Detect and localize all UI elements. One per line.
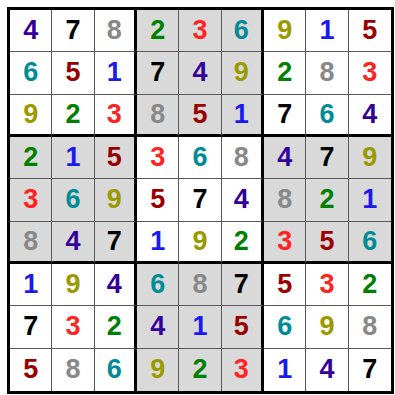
cell-r8c4[interactable]: 4 xyxy=(137,306,179,348)
cell-r3c8[interactable]: 6 xyxy=(306,95,348,137)
cell-r8c2[interactable]: 3 xyxy=(52,306,94,348)
cell-r2c3[interactable]: 1 xyxy=(95,52,137,94)
cell-r7c5[interactable]: 8 xyxy=(179,264,221,306)
cell-r7c3[interactable]: 4 xyxy=(95,264,137,306)
cell-r1c5[interactable]: 3 xyxy=(179,10,221,52)
cell-r5c1[interactable]: 3 xyxy=(10,179,52,221)
cell-r1c8[interactable]: 1 xyxy=(306,10,348,52)
cell-r2c6[interactable]: 9 xyxy=(222,52,264,94)
cell-r3c1[interactable]: 9 xyxy=(10,95,52,137)
cell-r1c9[interactable]: 5 xyxy=(349,10,391,52)
cell-r2c1[interactable]: 6 xyxy=(10,52,52,94)
cell-r4c2[interactable]: 1 xyxy=(52,137,94,179)
cell-r5c8[interactable]: 2 xyxy=(306,179,348,221)
cell-r3c7[interactable]: 7 xyxy=(264,95,306,137)
cell-r6c4[interactable]: 1 xyxy=(137,222,179,264)
cell-r1c4[interactable]: 2 xyxy=(137,10,179,52)
cell-r2c4[interactable]: 7 xyxy=(137,52,179,94)
cell-r2c2[interactable]: 5 xyxy=(52,52,94,94)
cell-r8c3[interactable]: 2 xyxy=(95,306,137,348)
cell-r6c5[interactable]: 9 xyxy=(179,222,221,264)
cell-r4c9[interactable]: 9 xyxy=(349,137,391,179)
cell-r6c7[interactable]: 3 xyxy=(264,222,306,264)
cell-r1c6[interactable]: 6 xyxy=(222,10,264,52)
cell-r1c3[interactable]: 8 xyxy=(95,10,137,52)
cell-r4c4[interactable]: 3 xyxy=(137,137,179,179)
cell-r1c1[interactable]: 4 xyxy=(10,10,52,52)
cell-r5c7[interactable]: 8 xyxy=(264,179,306,221)
cell-r9c8[interactable]: 4 xyxy=(306,349,348,391)
cell-r4c7[interactable]: 4 xyxy=(264,137,306,179)
cell-r9c5[interactable]: 2 xyxy=(179,349,221,391)
cell-r7c7[interactable]: 5 xyxy=(264,264,306,306)
cell-r9c1[interactable]: 5 xyxy=(10,349,52,391)
cell-r8c6[interactable]: 5 xyxy=(222,306,264,348)
cell-r6c2[interactable]: 4 xyxy=(52,222,94,264)
cell-r7c6[interactable]: 7 xyxy=(222,264,264,306)
cell-r5c4[interactable]: 5 xyxy=(137,179,179,221)
cell-r6c6[interactable]: 2 xyxy=(222,222,264,264)
cell-r9c4[interactable]: 9 xyxy=(137,349,179,391)
cell-r4c6[interactable]: 8 xyxy=(222,137,264,179)
sudoku-board: 4782369156517492839238517642153684793695… xyxy=(7,7,394,394)
cell-r7c4[interactable]: 6 xyxy=(137,264,179,306)
cell-r3c4[interactable]: 8 xyxy=(137,95,179,137)
cell-r8c5[interactable]: 1 xyxy=(179,306,221,348)
cell-r9c3[interactable]: 6 xyxy=(95,349,137,391)
cell-r1c2[interactable]: 7 xyxy=(52,10,94,52)
cell-r5c2[interactable]: 6 xyxy=(52,179,94,221)
cell-r3c6[interactable]: 1 xyxy=(222,95,264,137)
cell-r4c5[interactable]: 6 xyxy=(179,137,221,179)
cell-r2c5[interactable]: 4 xyxy=(179,52,221,94)
cell-r4c3[interactable]: 5 xyxy=(95,137,137,179)
sudoku-board-container: 4782369156517492839238517642153684793695… xyxy=(7,7,394,394)
cell-r5c3[interactable]: 9 xyxy=(95,179,137,221)
cell-r9c6[interactable]: 3 xyxy=(222,349,264,391)
cell-r2c9[interactable]: 3 xyxy=(349,52,391,94)
cell-r2c7[interactable]: 2 xyxy=(264,52,306,94)
cell-r4c8[interactable]: 7 xyxy=(306,137,348,179)
cell-r5c6[interactable]: 4 xyxy=(222,179,264,221)
cell-r3c2[interactable]: 2 xyxy=(52,95,94,137)
cell-r7c8[interactable]: 3 xyxy=(306,264,348,306)
cell-r3c3[interactable]: 3 xyxy=(95,95,137,137)
cell-r7c9[interactable]: 2 xyxy=(349,264,391,306)
cell-r2c8[interactable]: 8 xyxy=(306,52,348,94)
cell-r8c8[interactable]: 9 xyxy=(306,306,348,348)
cell-r7c1[interactable]: 1 xyxy=(10,264,52,306)
cell-r9c7[interactable]: 1 xyxy=(264,349,306,391)
cell-r7c2[interactable]: 9 xyxy=(52,264,94,306)
cell-r8c1[interactable]: 7 xyxy=(10,306,52,348)
cell-r6c1[interactable]: 8 xyxy=(10,222,52,264)
cell-r3c5[interactable]: 5 xyxy=(179,95,221,137)
cell-r1c7[interactable]: 9 xyxy=(264,10,306,52)
cell-r9c2[interactable]: 8 xyxy=(52,349,94,391)
cell-r5c9[interactable]: 1 xyxy=(349,179,391,221)
cell-r8c7[interactable]: 6 xyxy=(264,306,306,348)
cell-r8c9[interactable]: 8 xyxy=(349,306,391,348)
cell-r4c1[interactable]: 2 xyxy=(10,137,52,179)
cell-r3c9[interactable]: 4 xyxy=(349,95,391,137)
cell-r5c5[interactable]: 7 xyxy=(179,179,221,221)
cell-r6c3[interactable]: 7 xyxy=(95,222,137,264)
cell-r9c9[interactable]: 7 xyxy=(349,349,391,391)
cell-r6c9[interactable]: 6 xyxy=(349,222,391,264)
cell-r6c8[interactable]: 5 xyxy=(306,222,348,264)
